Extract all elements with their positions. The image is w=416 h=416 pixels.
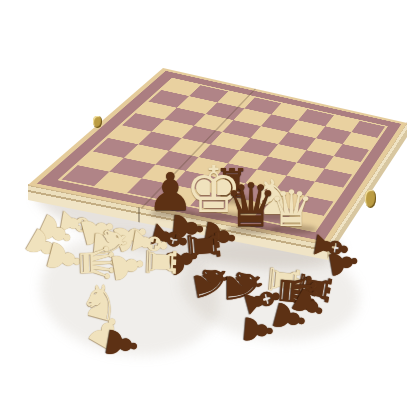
piece-pawn-dark: ♟	[99, 323, 145, 365]
hinge-left-icon	[93, 116, 102, 128]
piece-pawn-dark: ♟	[238, 311, 279, 348]
clasp-right-icon	[365, 190, 376, 208]
chess-set-photo: ♟♚♜♛♞♛ ♟♟♝♟♞♟♝♟♛♟♜♞♟♝♟♟♜♟♞♞♝♟♛♜♟♝♟♟♟♜	[0, 0, 416, 416]
piece-queen-light: ♛	[269, 184, 314, 234]
